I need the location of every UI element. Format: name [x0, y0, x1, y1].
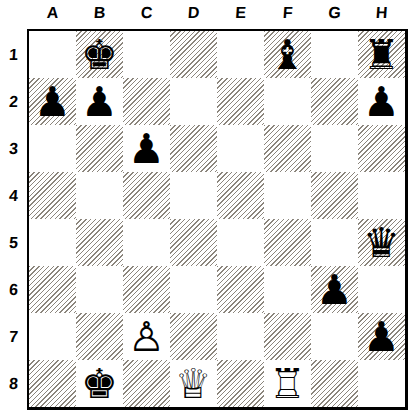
square-f5[interactable]	[264, 219, 311, 266]
square-g2[interactable]	[311, 78, 358, 125]
black-pawn-a2[interactable]: ♟	[29, 78, 76, 125]
square-c8[interactable]	[123, 360, 170, 407]
square-g4[interactable]	[311, 172, 358, 219]
square-a2[interactable]: ♟	[29, 78, 76, 125]
file-label-f: F	[263, 4, 312, 26]
square-c7[interactable]: ♙	[123, 313, 170, 360]
square-b8[interactable]: ♚	[76, 360, 123, 407]
file-label-c: C	[122, 4, 171, 26]
rank-label-7: 7	[0, 313, 26, 360]
square-f1[interactable]: ♝	[264, 31, 311, 78]
black-rook-h1[interactable]: ♜	[358, 31, 405, 78]
square-c4[interactable]	[123, 172, 170, 219]
square-d3[interactable]	[170, 125, 217, 172]
black-pawn-g6[interactable]: ♟	[311, 266, 358, 313]
square-a7[interactable]	[29, 313, 76, 360]
square-b5[interactable]	[76, 219, 123, 266]
white-pawn-c7[interactable]: ♙	[123, 313, 170, 360]
file-label-h: H	[357, 4, 406, 26]
square-d5[interactable]	[170, 219, 217, 266]
square-g6[interactable]: ♟	[311, 266, 358, 313]
square-d6[interactable]	[170, 266, 217, 313]
square-e3[interactable]	[217, 125, 264, 172]
black-pawn-c3[interactable]: ♟	[123, 125, 170, 172]
square-h8[interactable]	[358, 360, 405, 407]
square-f6[interactable]	[264, 266, 311, 313]
file-label-e: E	[216, 4, 265, 26]
rank-label-6: 6	[0, 266, 26, 313]
square-f2[interactable]	[264, 78, 311, 125]
rank-label-3: 3	[0, 125, 26, 172]
square-f4[interactable]	[264, 172, 311, 219]
file-label-d: D	[169, 4, 218, 26]
square-h6[interactable]	[358, 266, 405, 313]
white-rook-f8[interactable]: ♖	[264, 360, 311, 407]
rank-label-8: 8	[0, 360, 26, 407]
square-g5[interactable]	[311, 219, 358, 266]
file-label-a: A	[28, 4, 77, 26]
square-a8[interactable]	[29, 360, 76, 407]
square-h4[interactable]	[358, 172, 405, 219]
square-e2[interactable]	[217, 78, 264, 125]
square-a5[interactable]	[29, 219, 76, 266]
square-e1[interactable]	[217, 31, 264, 78]
black-pawn-b2[interactable]: ♟	[76, 78, 123, 125]
rank-label-1: 1	[0, 31, 26, 78]
square-b2[interactable]: ♟	[76, 78, 123, 125]
square-d2[interactable]	[170, 78, 217, 125]
black-king-b1[interactable]: ♚	[76, 31, 123, 78]
rank-label-5: 5	[0, 219, 26, 266]
square-h7[interactable]: ♟	[358, 313, 405, 360]
white-queen-d8[interactable]: ♕	[170, 360, 217, 407]
chessboard: ♚♝♜♟♟♟♟♛♟♙♟♚♕♖	[27, 29, 408, 410]
square-b3[interactable]	[76, 125, 123, 172]
black-pawn-h7[interactable]: ♟	[358, 313, 405, 360]
square-a3[interactable]	[29, 125, 76, 172]
square-d7[interactable]	[170, 313, 217, 360]
square-c1[interactable]	[123, 31, 170, 78]
square-g3[interactable]	[311, 125, 358, 172]
black-queen-h5[interactable]: ♛	[358, 219, 405, 266]
file-label-g: G	[310, 4, 359, 26]
square-f7[interactable]	[264, 313, 311, 360]
square-b7[interactable]	[76, 313, 123, 360]
square-e4[interactable]	[217, 172, 264, 219]
square-e5[interactable]	[217, 219, 264, 266]
square-g7[interactable]	[311, 313, 358, 360]
square-f8[interactable]: ♖	[264, 360, 311, 407]
square-c6[interactable]	[123, 266, 170, 313]
file-label-b: B	[75, 4, 124, 26]
square-h5[interactable]: ♛	[358, 219, 405, 266]
square-h1[interactable]: ♜	[358, 31, 405, 78]
square-d1[interactable]	[170, 31, 217, 78]
rank-label-4: 4	[0, 172, 26, 219]
black-bishop-f1[interactable]: ♝	[264, 31, 311, 78]
square-c3[interactable]: ♟	[123, 125, 170, 172]
square-b6[interactable]	[76, 266, 123, 313]
square-e7[interactable]	[217, 313, 264, 360]
square-c5[interactable]	[123, 219, 170, 266]
square-g8[interactable]	[311, 360, 358, 407]
square-c2[interactable]	[123, 78, 170, 125]
square-a4[interactable]	[29, 172, 76, 219]
square-e8[interactable]	[217, 360, 264, 407]
square-h3[interactable]	[358, 125, 405, 172]
square-b1[interactable]: ♚	[76, 31, 123, 78]
square-d8[interactable]: ♕	[170, 360, 217, 407]
black-king-b8[interactable]: ♚	[76, 360, 123, 407]
square-e6[interactable]	[217, 266, 264, 313]
square-g1[interactable]	[311, 31, 358, 78]
square-d4[interactable]	[170, 172, 217, 219]
black-pawn-h2[interactable]: ♟	[358, 78, 405, 125]
chess-diagram: ABCDEFGH 12345678 ♚♝♜♟♟♟♟♛♟♙♟♚♕♖	[0, 0, 410, 410]
square-a6[interactable]	[29, 266, 76, 313]
square-a1[interactable]	[29, 31, 76, 78]
square-h2[interactable]: ♟	[358, 78, 405, 125]
square-b4[interactable]	[76, 172, 123, 219]
rank-label-2: 2	[0, 78, 26, 125]
square-f3[interactable]	[264, 125, 311, 172]
